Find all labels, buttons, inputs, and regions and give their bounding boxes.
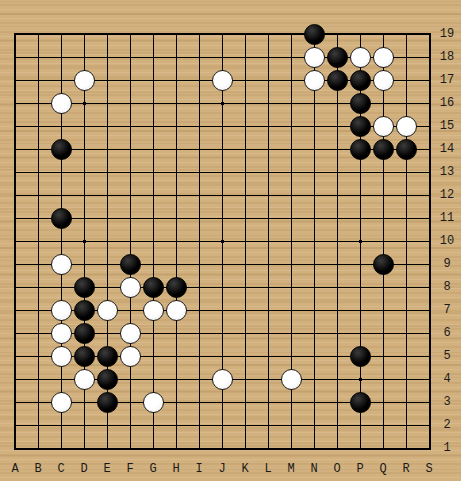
black-stone[interactable] (350, 139, 371, 160)
white-stone[interactable] (143, 300, 164, 321)
black-stone[interactable] (120, 254, 141, 275)
column-label-Q: Q (379, 461, 386, 477)
black-stone[interactable] (97, 392, 118, 413)
row-label-15: 15 (440, 118, 454, 134)
column-label-O: O (333, 461, 340, 477)
black-stone[interactable] (51, 208, 72, 229)
column-label-R: R (402, 461, 409, 477)
row-label-18: 18 (440, 49, 454, 65)
black-stone[interactable] (327, 70, 348, 91)
black-stone[interactable] (74, 300, 95, 321)
white-stone[interactable] (51, 300, 72, 321)
column-label-D: D (80, 461, 87, 477)
column-label-I: I (195, 461, 202, 477)
column-label-E: E (103, 461, 110, 477)
black-stone[interactable] (350, 93, 371, 114)
black-stone[interactable] (350, 346, 371, 367)
column-label-P: P (356, 461, 363, 477)
row-label-13: 13 (440, 164, 454, 180)
row-label-19: 19 (440, 26, 454, 42)
row-label-12: 12 (440, 187, 454, 203)
board-intersections[interactable] (4, 23, 441, 460)
column-label-S: S (425, 461, 432, 477)
column-label-A: A (11, 461, 18, 477)
column-label-K: K (241, 461, 248, 477)
white-stone[interactable] (120, 277, 141, 298)
white-stone[interactable] (74, 70, 95, 91)
row-label-16: 16 (440, 95, 454, 111)
white-stone[interactable] (120, 323, 141, 344)
star-point (221, 240, 224, 243)
row-label-9: 9 (443, 256, 450, 272)
row-label-2: 2 (443, 417, 450, 433)
white-stone[interactable] (350, 47, 371, 68)
black-stone[interactable] (350, 392, 371, 413)
row-label-7: 7 (443, 302, 450, 318)
black-stone[interactable] (74, 277, 95, 298)
white-stone[interactable] (304, 70, 325, 91)
white-stone[interactable] (373, 47, 394, 68)
black-stone[interactable] (304, 24, 325, 45)
black-stone[interactable] (373, 139, 394, 160)
star-point (221, 102, 224, 105)
white-stone[interactable] (166, 300, 187, 321)
row-label-14: 14 (440, 141, 454, 157)
row-label-1: 1 (443, 440, 450, 456)
white-stone[interactable] (51, 93, 72, 114)
black-stone[interactable] (166, 277, 187, 298)
black-stone[interactable] (327, 47, 348, 68)
row-label-5: 5 (443, 348, 450, 364)
star-point (359, 378, 362, 381)
white-stone[interactable] (212, 369, 233, 390)
star-point (359, 240, 362, 243)
column-label-M: M (287, 461, 294, 477)
black-stone[interactable] (373, 254, 394, 275)
black-stone[interactable] (396, 139, 417, 160)
black-stone[interactable] (97, 369, 118, 390)
row-label-3: 3 (443, 394, 450, 410)
white-stone[interactable] (51, 254, 72, 275)
black-stone[interactable] (97, 346, 118, 367)
column-label-C: C (57, 461, 64, 477)
column-label-L: L (264, 461, 271, 477)
black-stone[interactable] (74, 323, 95, 344)
white-stone[interactable] (304, 47, 325, 68)
white-stone[interactable] (97, 300, 118, 321)
black-stone[interactable] (143, 277, 164, 298)
row-label-10: 10 (440, 233, 454, 249)
column-label-G: G (149, 461, 156, 477)
star-point (83, 240, 86, 243)
go-board[interactable]: ABCDEFGHIJKLMNOPQRS191817161514131211109… (0, 0, 461, 481)
white-stone[interactable] (281, 369, 302, 390)
white-stone[interactable] (51, 392, 72, 413)
white-stone[interactable] (212, 70, 233, 91)
white-stone[interactable] (120, 346, 141, 367)
white-stone[interactable] (51, 323, 72, 344)
column-label-J: J (218, 461, 225, 477)
row-label-4: 4 (443, 371, 450, 387)
column-label-B: B (34, 461, 41, 477)
row-label-8: 8 (443, 279, 450, 295)
star-point (83, 102, 86, 105)
white-stone[interactable] (143, 392, 164, 413)
black-stone[interactable] (74, 346, 95, 367)
white-stone[interactable] (396, 116, 417, 137)
column-label-H: H (172, 461, 179, 477)
row-label-11: 11 (440, 210, 454, 226)
black-stone[interactable] (51, 139, 72, 160)
white-stone[interactable] (51, 346, 72, 367)
column-label-F: F (126, 461, 133, 477)
white-stone[interactable] (373, 70, 394, 91)
white-stone[interactable] (373, 116, 394, 137)
row-label-6: 6 (443, 325, 450, 341)
black-stone[interactable] (350, 116, 371, 137)
row-label-17: 17 (440, 72, 454, 88)
black-stone[interactable] (350, 70, 371, 91)
white-stone[interactable] (74, 369, 95, 390)
column-label-N: N (310, 461, 317, 477)
